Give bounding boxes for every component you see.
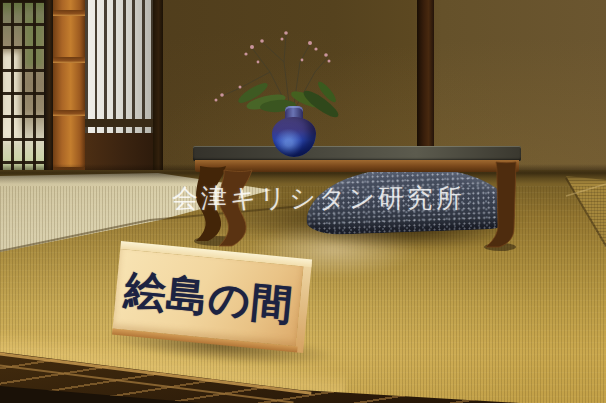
door-rail: [53, 110, 85, 116]
room-photo: 絵島の間 会津キリシタン研究所: [0, 0, 606, 403]
table-leg-right: [486, 162, 516, 247]
door-rail: [53, 10, 85, 16]
shoji-rail: [85, 119, 155, 127]
shoji-screen: [85, 0, 155, 133]
wall-pillar: [417, 0, 434, 158]
room-sign: 絵島の間: [112, 241, 312, 353]
door-rail: [53, 57, 85, 63]
watermark-text: 会津キリシタン研究所: [172, 181, 452, 211]
